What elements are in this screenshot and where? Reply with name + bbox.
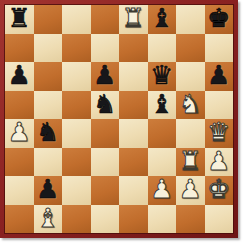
square-b8 <box>34 5 63 34</box>
square-b4: ♞ <box>34 119 63 148</box>
piece-black-queen: ♛ <box>150 62 173 88</box>
square-h5 <box>205 91 234 120</box>
piece-white-bishop: ♝ <box>36 205 59 231</box>
piece-white-queen: ♛ <box>207 119 230 145</box>
square-h7 <box>205 34 234 63</box>
square-f2: ♟ <box>148 176 177 205</box>
piece-white-pawn: ♟ <box>8 119 31 145</box>
square-e5 <box>119 91 148 120</box>
piece-white-rook: ♜ <box>179 148 202 174</box>
piece-black-rook: ♜ <box>8 5 31 31</box>
square-e3 <box>119 148 148 177</box>
piece-black-pawn: ♟ <box>8 62 31 88</box>
square-a5 <box>5 91 34 120</box>
square-a8: ♜ <box>5 5 34 34</box>
square-g5: ♞ <box>176 91 205 120</box>
square-d1 <box>91 205 120 234</box>
square-b3 <box>34 148 63 177</box>
square-f8: ♝ <box>148 5 177 34</box>
piece-white-king: ♚ <box>207 176 230 202</box>
square-d3 <box>91 148 120 177</box>
square-c1 <box>62 205 91 234</box>
piece-white-rook: ♜ <box>122 5 145 31</box>
square-g4 <box>176 119 205 148</box>
square-g1 <box>176 205 205 234</box>
square-b5 <box>34 91 63 120</box>
square-e8: ♜ <box>119 5 148 34</box>
square-g3: ♜ <box>176 148 205 177</box>
square-a6: ♟ <box>5 62 34 91</box>
square-c7 <box>62 34 91 63</box>
piece-white-pawn: ♟ <box>150 176 173 202</box>
piece-black-pawn: ♟ <box>207 62 230 88</box>
square-a1 <box>5 205 34 234</box>
square-g2: ♟ <box>176 176 205 205</box>
square-c4 <box>62 119 91 148</box>
square-d8 <box>91 5 120 34</box>
piece-black-bishop: ♝ <box>150 91 173 117</box>
square-a3 <box>5 148 34 177</box>
square-a4: ♟ <box>5 119 34 148</box>
square-d7 <box>91 34 120 63</box>
piece-black-knight: ♞ <box>93 91 116 117</box>
square-d5: ♞ <box>91 91 120 120</box>
piece-white-knight: ♞ <box>179 91 202 117</box>
chess-board-frame: ♜♜♝♚♟♟♛♟♞♝♞♟♞♛♜♟♟♟♟♚♝ <box>0 0 238 238</box>
piece-black-pawn: ♟ <box>36 176 59 202</box>
square-f4 <box>148 119 177 148</box>
square-c6 <box>62 62 91 91</box>
piece-black-bishop: ♝ <box>150 5 173 31</box>
square-h1 <box>205 205 234 234</box>
square-d6: ♟ <box>91 62 120 91</box>
square-g7 <box>176 34 205 63</box>
square-f3 <box>148 148 177 177</box>
square-c2 <box>62 176 91 205</box>
square-d2 <box>91 176 120 205</box>
chess-board: ♜♜♝♚♟♟♛♟♞♝♞♟♞♛♜♟♟♟♟♚♝ <box>5 5 233 233</box>
square-f5: ♝ <box>148 91 177 120</box>
square-b6 <box>34 62 63 91</box>
square-e1 <box>119 205 148 234</box>
square-c5 <box>62 91 91 120</box>
square-h2: ♚ <box>205 176 234 205</box>
square-b1: ♝ <box>34 205 63 234</box>
square-c3 <box>62 148 91 177</box>
square-h8: ♚ <box>205 5 234 34</box>
square-e6 <box>119 62 148 91</box>
square-d4 <box>91 119 120 148</box>
square-g8 <box>176 5 205 34</box>
square-f7 <box>148 34 177 63</box>
piece-white-pawn: ♟ <box>179 176 202 202</box>
square-e7 <box>119 34 148 63</box>
diagram-page: ♜♜♝♚♟♟♛♟♞♝♞♟♞♛♜♟♟♟♟♚♝ <box>0 0 244 244</box>
square-f6: ♛ <box>148 62 177 91</box>
piece-black-pawn: ♟ <box>93 62 116 88</box>
piece-white-pawn: ♟ <box>207 148 230 174</box>
square-b7 <box>34 34 63 63</box>
square-h3: ♟ <box>205 148 234 177</box>
piece-black-knight: ♞ <box>36 119 59 145</box>
square-a7 <box>5 34 34 63</box>
square-c8 <box>62 5 91 34</box>
square-h4: ♛ <box>205 119 234 148</box>
piece-black-king: ♚ <box>207 5 230 31</box>
square-a2 <box>5 176 34 205</box>
square-e4 <box>119 119 148 148</box>
square-b2: ♟ <box>34 176 63 205</box>
square-e2 <box>119 176 148 205</box>
square-g6 <box>176 62 205 91</box>
square-f1 <box>148 205 177 234</box>
square-h6: ♟ <box>205 62 234 91</box>
